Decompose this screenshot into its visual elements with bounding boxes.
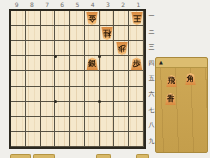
board-cell[interactable] <box>129 26 144 41</box>
board-cell[interactable] <box>85 132 100 147</box>
board-cell[interactable] <box>100 87 115 102</box>
board-cell[interactable] <box>70 132 85 147</box>
board-cell[interactable] <box>11 26 26 41</box>
board-cell[interactable] <box>70 11 85 26</box>
board-cell[interactable] <box>11 41 26 56</box>
board-cell[interactable] <box>55 117 70 132</box>
file-label: 1 <box>131 1 146 8</box>
board-cell[interactable] <box>100 71 115 86</box>
board-cell[interactable] <box>41 56 56 71</box>
file-label: 8 <box>24 1 39 8</box>
board-cell[interactable]: 歩 <box>114 41 129 56</box>
board-cell[interactable] <box>11 87 26 102</box>
board-cell[interactable] <box>11 11 26 26</box>
board-cell[interactable] <box>41 11 56 26</box>
board-cell[interactable] <box>129 132 144 147</box>
board-cell[interactable] <box>26 11 41 26</box>
board-cell[interactable] <box>26 26 41 41</box>
board-cell[interactable] <box>11 102 26 117</box>
board-cell[interactable] <box>114 26 129 41</box>
board-cell[interactable] <box>114 71 129 86</box>
board-cell[interactable] <box>70 117 85 132</box>
board-cell[interactable]: 金 <box>85 11 100 26</box>
board-cell[interactable] <box>100 56 115 71</box>
board-cell[interactable] <box>55 102 70 117</box>
shogi-board[interactable]: 金王桂歩銀歩 <box>9 9 146 149</box>
board-cell[interactable] <box>85 26 100 41</box>
board-cell[interactable] <box>70 41 85 56</box>
hand-piece[interactable]: 香 <box>165 93 176 105</box>
board-cell[interactable] <box>26 41 41 56</box>
board-cell[interactable] <box>129 117 144 132</box>
board-cell[interactable] <box>26 102 41 117</box>
board-cell[interactable] <box>100 117 115 132</box>
rank-label: 三 <box>147 40 156 56</box>
shogi-piece-sente[interactable]: 歩 <box>131 57 143 70</box>
board-cell[interactable] <box>114 117 129 132</box>
board-cell[interactable] <box>11 71 26 86</box>
board-cell[interactable] <box>41 102 56 117</box>
board-cell[interactable] <box>70 56 85 71</box>
board-cell[interactable] <box>41 117 56 132</box>
file-label: 5 <box>70 1 85 8</box>
board-cell[interactable] <box>129 102 144 117</box>
board-cell[interactable] <box>129 71 144 86</box>
bottom-tab[interactable] <box>96 154 111 158</box>
board-cell[interactable] <box>114 11 129 26</box>
shogi-piece-gote[interactable]: 歩 <box>116 42 128 55</box>
board-cell[interactable] <box>85 87 100 102</box>
file-label: 4 <box>85 1 100 8</box>
board-cell[interactable] <box>41 26 56 41</box>
board-cell[interactable] <box>85 41 100 56</box>
board-cell[interactable] <box>100 41 115 56</box>
shogi-piece-gote[interactable]: 金 <box>86 12 98 25</box>
board-cell[interactable] <box>11 132 26 147</box>
board-cell[interactable]: 銀 <box>85 56 100 71</box>
shogi-piece-gote[interactable]: 王 <box>131 12 143 25</box>
shogi-piece-gote[interactable]: 桂 <box>101 27 113 40</box>
board-cell[interactable] <box>26 117 41 132</box>
file-label: 3 <box>100 1 115 8</box>
rank-label: 二 <box>147 25 156 41</box>
hand-piece[interactable]: 角 <box>185 73 196 85</box>
board-cell[interactable] <box>129 41 144 56</box>
board-cell[interactable] <box>114 132 129 147</box>
file-label: 6 <box>55 1 70 8</box>
board-cell[interactable] <box>11 117 26 132</box>
board-cell[interactable]: 王 <box>129 11 144 26</box>
board-cell[interactable] <box>85 71 100 86</box>
board-cell[interactable] <box>100 132 115 147</box>
file-labels: 987654321 <box>9 1 146 8</box>
board-cell[interactable] <box>85 102 100 117</box>
board-cell[interactable] <box>26 132 41 147</box>
board-cell[interactable] <box>70 71 85 86</box>
sente-marker-icon: ▲ <box>159 59 163 65</box>
board-cell[interactable] <box>55 132 70 147</box>
board-cell[interactable] <box>70 87 85 102</box>
board-cell[interactable] <box>55 26 70 41</box>
board-cell[interactable] <box>129 87 144 102</box>
board-cell[interactable] <box>55 56 70 71</box>
board-cell[interactable] <box>114 102 129 117</box>
board-cell[interactable] <box>41 71 56 86</box>
board-cell[interactable] <box>100 102 115 117</box>
board-cell[interactable] <box>55 41 70 56</box>
board-cell[interactable]: 歩 <box>129 56 144 71</box>
board-cell[interactable] <box>11 56 26 71</box>
board-cell[interactable] <box>55 71 70 86</box>
board-cell[interactable] <box>26 71 41 86</box>
bottom-tab[interactable] <box>136 154 149 158</box>
rank-label: 一 <box>147 9 156 25</box>
board-cell[interactable] <box>85 117 100 132</box>
board-cell[interactable] <box>26 87 41 102</box>
bottom-tab[interactable] <box>33 154 55 158</box>
board-cell[interactable]: 桂 <box>100 26 115 41</box>
board-cell[interactable] <box>114 87 129 102</box>
board-cell[interactable] <box>41 41 56 56</box>
board-cell[interactable] <box>26 56 41 71</box>
board-cell[interactable] <box>114 56 129 71</box>
hand-tray-header: ▲ <box>156 58 207 68</box>
bottom-tab[interactable] <box>10 154 31 158</box>
board-cell[interactable] <box>70 26 85 41</box>
board-cell[interactable] <box>41 87 56 102</box>
file-label: 2 <box>116 1 131 8</box>
board-cell[interactable] <box>55 11 70 26</box>
file-label: 9 <box>9 1 24 8</box>
sente-hand-tray[interactable]: ▲ 飛角香 <box>155 57 208 153</box>
board-cell[interactable] <box>41 132 56 147</box>
shogi-piece-sente[interactable]: 銀 <box>86 57 98 70</box>
board-cell[interactable] <box>55 87 70 102</box>
hand-piece[interactable]: 飛 <box>166 75 177 87</box>
file-label: 7 <box>39 1 54 8</box>
board-cell[interactable] <box>100 11 115 26</box>
board-cell[interactable] <box>70 102 85 117</box>
